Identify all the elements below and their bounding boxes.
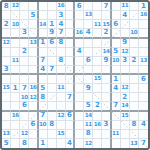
cell-r5c4[interactable]: 13 xyxy=(29,39,38,48)
given-digit: 7 xyxy=(104,3,109,10)
cell-r4c11[interactable] xyxy=(93,29,102,38)
given-digit: 6 xyxy=(22,102,27,109)
cell-r1c5[interactable] xyxy=(39,2,48,11)
cell-r16c5[interactable]: 1 xyxy=(39,139,48,148)
cell-r15c7[interactable]: 15 xyxy=(57,130,66,139)
cell-r10c2[interactable]: 1 xyxy=(11,84,20,93)
given-digit: 12 xyxy=(29,95,36,101)
cell-r4c12[interactable]: 2 xyxy=(102,29,111,38)
given-digit: 9 xyxy=(86,85,91,92)
given-digit: 11 xyxy=(121,3,128,9)
cell-r14c6[interactable]: 8 xyxy=(48,121,57,130)
given-digit: 11 xyxy=(12,58,19,64)
cell-r1c15[interactable] xyxy=(130,2,139,11)
cell-r14c7[interactable] xyxy=(57,121,66,130)
given-digit: 6 xyxy=(49,39,54,46)
given-digit: 12 xyxy=(21,131,28,137)
cell-r14c2[interactable] xyxy=(11,121,20,130)
cell-r12c14[interactable]: 14 xyxy=(121,102,130,111)
cell-r7c14[interactable]: 3 xyxy=(121,57,130,66)
cell-r16c10[interactable]: 12 xyxy=(84,139,93,148)
cell-r14c14[interactable] xyxy=(121,121,130,130)
cell-r16c15[interactable]: 13 xyxy=(130,139,139,148)
cell-r2c12[interactable] xyxy=(102,11,111,20)
cell-r13c8[interactable]: 6 xyxy=(66,112,75,121)
given-digit: 12 xyxy=(57,113,64,119)
given-digit: 6 xyxy=(113,21,118,28)
cell-r9c12[interactable] xyxy=(102,75,111,84)
cell-r13c5[interactable]: 7 xyxy=(39,112,48,121)
cell-r3c2[interactable]: 10 xyxy=(11,20,20,29)
given-digit: 16 xyxy=(12,113,19,119)
cell-r10c6[interactable] xyxy=(48,84,57,93)
cell-r8c11[interactable] xyxy=(93,66,102,75)
given-digit: 3 xyxy=(104,121,109,128)
cell-r15c16[interactable] xyxy=(139,130,148,139)
cell-r12c12[interactable] xyxy=(102,102,111,111)
cell-r11c2[interactable] xyxy=(11,93,20,102)
cell-r15c6[interactable] xyxy=(48,130,57,139)
cell-r7c16[interactable]: 13 xyxy=(139,57,148,66)
given-digit: 2 xyxy=(104,29,109,36)
cell-r7c4[interactable] xyxy=(29,57,38,66)
cell-r7c10[interactable]: 6 xyxy=(84,57,93,66)
cell-r11c8[interactable]: 7 xyxy=(66,93,75,102)
cell-r8c1[interactable]: 3 xyxy=(2,66,11,75)
cell-r16c7[interactable] xyxy=(57,139,66,148)
cell-r9c16[interactable]: 6 xyxy=(139,75,148,84)
cell-r12c13[interactable]: 7 xyxy=(112,102,121,111)
cell-r2c3[interactable] xyxy=(20,11,29,20)
given-digit: 15 xyxy=(102,22,109,28)
cell-r6c8[interactable] xyxy=(66,48,75,57)
cell-r7c12[interactable]: 9 xyxy=(102,57,111,66)
cell-r2c7[interactable]: 3 xyxy=(57,11,66,20)
given-digit: 7 xyxy=(58,29,63,36)
cell-r8c7[interactable] xyxy=(57,66,66,75)
cell-r14c9[interactable] xyxy=(75,121,84,130)
given-digit: 4 xyxy=(113,85,118,92)
cell-r14c8[interactable] xyxy=(66,121,75,130)
given-digit: 4 xyxy=(67,140,72,147)
cell-r9c10[interactable] xyxy=(84,75,93,84)
cell-r8c9[interactable] xyxy=(75,66,84,75)
given-digit: 16 xyxy=(140,12,147,18)
cell-r9c6[interactable] xyxy=(48,75,57,84)
cell-r12c1[interactable] xyxy=(2,102,11,111)
given-digit: 2 xyxy=(131,57,136,64)
cell-r12c3[interactable]: 6 xyxy=(20,102,29,111)
given-digit: 1 xyxy=(40,140,45,147)
cell-r16c12[interactable] xyxy=(102,139,111,148)
given-digit: 13 xyxy=(85,12,92,18)
cell-r1c16[interactable]: 1 xyxy=(139,2,148,11)
cell-r10c14[interactable]: 12 xyxy=(121,84,130,93)
cell-r11c6[interactable] xyxy=(48,93,57,102)
given-digit: 5 xyxy=(86,102,91,109)
given-digit: 16 xyxy=(57,3,64,9)
given-digit: 14 xyxy=(121,103,128,109)
cell-r12c7[interactable] xyxy=(57,102,66,111)
cell-r8c10[interactable] xyxy=(84,66,93,75)
given-digit: 9 xyxy=(104,57,109,64)
sudoku-board: 8121667111531341621014141115639716421012… xyxy=(0,0,150,150)
cell-r15c9[interactable] xyxy=(75,130,84,139)
cell-r5c7[interactable]: 8 xyxy=(57,39,66,48)
given-digit: 15 xyxy=(3,85,10,91)
cell-r3c11[interactable]: 11 xyxy=(93,20,102,29)
given-digit: 7 xyxy=(40,57,45,64)
given-digit: 6 xyxy=(86,57,91,64)
cell-r4c1[interactable] xyxy=(2,29,11,38)
given-digit: 3 xyxy=(4,66,9,73)
cell-r12c9[interactable] xyxy=(75,102,84,111)
cell-r5c6[interactable]: 6 xyxy=(48,39,57,48)
given-digit: 8 xyxy=(58,39,63,46)
given-digit: 14 xyxy=(39,22,46,28)
cell-r2c4[interactable]: 5 xyxy=(29,11,38,20)
cell-r15c1[interactable]: 13 xyxy=(2,130,11,139)
cell-r10c8[interactable] xyxy=(66,84,75,93)
cell-r8c15[interactable] xyxy=(130,66,139,75)
cell-r1c11[interactable] xyxy=(93,2,102,11)
given-digit: 15 xyxy=(57,131,64,137)
cell-r16c2[interactable] xyxy=(11,139,20,148)
cell-r15c11[interactable] xyxy=(93,130,102,139)
cell-r8c2[interactable] xyxy=(11,66,20,75)
cell-r9c2[interactable] xyxy=(11,75,20,84)
cell-r16c4[interactable] xyxy=(29,139,38,148)
given-digit: 1 xyxy=(13,85,18,92)
cell-r13c14[interactable]: 15 xyxy=(121,112,130,121)
cell-r6c11[interactable] xyxy=(93,48,102,57)
given-digit: 2 xyxy=(95,102,100,109)
cell-r14c13[interactable] xyxy=(112,121,121,130)
cell-r4c15[interactable]: 10 xyxy=(130,29,139,38)
cell-r9c5[interactable] xyxy=(39,75,48,84)
cell-r5c12[interactable] xyxy=(102,39,111,48)
cell-r11c14[interactable]: 2 xyxy=(121,93,130,102)
cell-r16c14[interactable] xyxy=(121,139,130,148)
cell-r2c10[interactable]: 13 xyxy=(84,11,93,20)
cell-r3c4[interactable] xyxy=(29,20,38,29)
cell-r15c14[interactable] xyxy=(121,130,130,139)
given-digit: 2 xyxy=(22,48,27,55)
cell-r3c1[interactable]: 2 xyxy=(2,20,11,29)
cell-r13c1[interactable] xyxy=(2,112,11,121)
cell-r1c8[interactable] xyxy=(66,2,75,11)
cell-r10c7[interactable]: 11 xyxy=(57,84,66,93)
cell-r12c16[interactable] xyxy=(139,102,148,111)
cell-r9c8[interactable] xyxy=(66,75,75,84)
cell-r9c3[interactable] xyxy=(20,75,29,84)
cell-r8c6[interactable]: 7 xyxy=(48,66,57,75)
cell-r14c3[interactable] xyxy=(20,121,29,130)
cell-r2c1[interactable] xyxy=(2,11,11,20)
given-digit: 8 xyxy=(131,121,136,128)
cell-r14c12[interactable]: 3 xyxy=(102,121,111,130)
cell-r16c8[interactable]: 4 xyxy=(66,139,75,148)
cell-r7c13[interactable]: 10 xyxy=(112,57,121,66)
cell-r15c10[interactable]: 8 xyxy=(84,130,93,139)
cell-r8c8[interactable] xyxy=(66,66,75,75)
cell-r6c4[interactable] xyxy=(29,48,38,57)
cell-r3c5[interactable]: 14 xyxy=(39,20,48,29)
cell-r12c4[interactable] xyxy=(29,102,38,111)
given-digit: 9 xyxy=(49,29,54,36)
given-digit: 8 xyxy=(49,121,54,128)
cell-r10c11[interactable] xyxy=(93,84,102,93)
cell-r3c9[interactable] xyxy=(75,20,84,29)
cell-r10c13[interactable]: 4 xyxy=(112,84,121,93)
cell-r1c4[interactable] xyxy=(29,2,38,11)
cell-r14c5[interactable]: 10 xyxy=(39,121,48,130)
given-digit: 4 xyxy=(77,48,82,55)
cell-r7c7[interactable]: 8 xyxy=(57,57,66,66)
cell-r7c3[interactable] xyxy=(20,57,29,66)
given-digit: 7 xyxy=(40,112,45,119)
cell-r15c12[interactable] xyxy=(102,130,111,139)
cell-r3c13[interactable]: 6 xyxy=(112,20,121,29)
cell-r1c1[interactable]: 8 xyxy=(2,2,11,11)
cell-r6c2[interactable] xyxy=(11,48,20,57)
cell-r2c5[interactable] xyxy=(39,11,48,20)
given-digit: 14 xyxy=(102,49,109,55)
cell-r15c2[interactable] xyxy=(11,130,20,139)
cell-r5c1[interactable]: 12 xyxy=(2,39,11,48)
given-digit: 6 xyxy=(67,112,72,119)
cell-r3c8[interactable] xyxy=(66,20,75,29)
given-digit: 4 xyxy=(86,29,91,36)
cell-r10c1[interactable]: 15 xyxy=(2,84,11,93)
cell-r9c15[interactable] xyxy=(130,75,139,84)
cell-r14c4[interactable]: 6 xyxy=(29,121,38,130)
cell-r1c12[interactable]: 7 xyxy=(102,2,111,11)
cell-r6c3[interactable]: 2 xyxy=(20,48,29,57)
cell-r16c3[interactable]: 8 xyxy=(20,139,29,148)
cell-r13c7[interactable]: 12 xyxy=(57,112,66,121)
given-digit: 7 xyxy=(22,85,27,92)
cell-r13c11[interactable] xyxy=(93,112,102,121)
cell-r13c2[interactable]: 16 xyxy=(11,112,20,121)
given-digit: 10 xyxy=(12,22,19,28)
cell-r5c10[interactable] xyxy=(84,39,93,48)
cell-r15c8[interactable] xyxy=(66,130,75,139)
cell-r10c15[interactable] xyxy=(130,84,139,93)
given-digit: 10 xyxy=(21,95,28,101)
cell-r9c7[interactable] xyxy=(57,75,66,84)
cell-r3c16[interactable] xyxy=(139,20,148,29)
cell-r2c8[interactable] xyxy=(66,11,75,20)
cell-r11c9[interactable] xyxy=(75,93,84,102)
cell-r10c12[interactable] xyxy=(102,84,111,93)
given-digit: 11 xyxy=(94,22,101,28)
cell-r8c5[interactable]: 4 xyxy=(39,66,48,75)
given-digit: 10 xyxy=(39,122,46,128)
cell-r1c10[interactable] xyxy=(84,2,93,11)
given-digit: 5 xyxy=(4,140,9,147)
cell-r2c16[interactable]: 16 xyxy=(139,11,148,20)
given-digit: 12 xyxy=(12,3,19,9)
cell-r16c11[interactable] xyxy=(93,139,102,148)
cell-r8c12[interactable] xyxy=(102,66,111,75)
cell-r2c11[interactable] xyxy=(93,11,102,20)
cell-r1c13[interactable] xyxy=(112,2,121,11)
given-digit: 7 xyxy=(67,94,72,101)
cell-r13c9[interactable] xyxy=(75,112,84,121)
cell-r16c13[interactable] xyxy=(112,139,121,148)
cell-r4c8[interactable] xyxy=(66,29,75,38)
cell-r8c16[interactable] xyxy=(139,66,148,75)
cell-r4c10[interactable]: 4 xyxy=(84,29,93,38)
given-digit: 16 xyxy=(29,85,36,91)
cell-r10c9[interactable] xyxy=(75,84,84,93)
cell-r9c11[interactable]: 15 xyxy=(93,75,102,84)
cell-r11c1[interactable] xyxy=(2,93,11,102)
cell-r15c13[interactable]: 11 xyxy=(112,130,121,139)
cell-r12c2[interactable] xyxy=(11,102,20,111)
cell-r11c5[interactable]: 8 xyxy=(39,93,48,102)
cell-r2c6[interactable] xyxy=(48,11,57,20)
given-digit: 14 xyxy=(85,113,92,119)
cell-r11c7[interactable] xyxy=(57,93,66,102)
cell-r2c2[interactable] xyxy=(11,11,20,20)
cell-r11c16[interactable] xyxy=(139,93,148,102)
cell-r15c3[interactable]: 12 xyxy=(20,130,29,139)
cell-r15c4[interactable] xyxy=(29,130,38,139)
cell-r16c6[interactable] xyxy=(48,139,57,148)
cell-r13c10[interactable]: 14 xyxy=(84,112,93,121)
cell-r1c9[interactable]: 6 xyxy=(75,2,84,11)
cell-r7c2[interactable]: 11 xyxy=(11,57,20,66)
cell-r2c15[interactable] xyxy=(130,11,139,20)
cell-r5c2[interactable] xyxy=(11,39,20,48)
cell-r1c6[interactable] xyxy=(48,2,57,11)
cell-r5c5[interactable]: 1 xyxy=(39,39,48,48)
cell-r4c3[interactable]: 3 xyxy=(20,29,29,38)
given-digit: 2 xyxy=(122,94,127,101)
cell-r6c1[interactable] xyxy=(2,48,11,57)
cell-r13c3[interactable] xyxy=(20,112,29,121)
cell-r4c13[interactable] xyxy=(112,29,121,38)
cell-r4c9[interactable]: 16 xyxy=(75,29,84,38)
cell-r1c2[interactable]: 12 xyxy=(11,2,20,11)
cell-r16c9[interactable] xyxy=(75,139,84,148)
given-digit: 4 xyxy=(141,121,146,128)
given-digit: 4 xyxy=(58,21,63,28)
cell-r6c9[interactable]: 4 xyxy=(75,48,84,57)
cell-r10c3[interactable]: 7 xyxy=(20,84,29,93)
cell-r14c1[interactable] xyxy=(2,121,11,130)
cell-r16c16[interactable]: 7 xyxy=(139,139,148,148)
given-digit: 10 xyxy=(130,30,137,36)
given-digit: 11 xyxy=(85,122,92,128)
cell-r12c11[interactable]: 2 xyxy=(93,102,102,111)
given-digit: 6 xyxy=(31,121,36,128)
cell-r3c15[interactable] xyxy=(130,20,139,29)
cell-r12c15[interactable] xyxy=(130,102,139,111)
cell-r7c15[interactable]: 2 xyxy=(130,57,139,66)
cell-r10c16[interactable] xyxy=(139,84,148,93)
cell-r16c1[interactable]: 5 xyxy=(2,139,11,148)
cell-r1c3[interactable] xyxy=(20,2,29,11)
cell-r5c14[interactable]: 9 xyxy=(121,39,130,48)
given-digit: 5 xyxy=(40,85,45,92)
cell-r11c12[interactable] xyxy=(102,93,111,102)
cell-r9c9[interactable] xyxy=(75,75,84,84)
cell-r5c8[interactable] xyxy=(66,39,75,48)
given-digit: 6 xyxy=(77,3,82,10)
cell-r11c15[interactable] xyxy=(130,93,139,102)
cell-r8c13[interactable] xyxy=(112,66,121,75)
cell-r5c11[interactable] xyxy=(93,39,102,48)
cell-r8c14[interactable] xyxy=(121,66,130,75)
cell-r13c13[interactable] xyxy=(112,112,121,121)
cell-r1c7[interactable]: 16 xyxy=(57,2,66,11)
given-digit: 7 xyxy=(49,66,54,73)
cell-r1c14[interactable]: 11 xyxy=(121,2,130,11)
given-digit: 7 xyxy=(113,102,118,109)
given-digit: 8 xyxy=(4,3,9,10)
cell-r6c16[interactable] xyxy=(139,48,148,57)
cell-r8c3[interactable] xyxy=(20,66,29,75)
given-digit: 7 xyxy=(141,140,146,147)
cell-r4c16[interactable] xyxy=(139,29,148,38)
cell-r5c15[interactable] xyxy=(130,39,139,48)
cell-r6c13[interactable]: 5 xyxy=(112,48,121,57)
cell-r4c2[interactable] xyxy=(11,29,20,38)
cell-r2c13[interactable] xyxy=(112,11,121,20)
cell-r14c15[interactable]: 8 xyxy=(130,121,139,130)
cell-r12c10[interactable]: 5 xyxy=(84,102,93,111)
cell-r15c15[interactable] xyxy=(130,130,139,139)
cell-r9c14[interactable] xyxy=(121,75,130,84)
given-digit: 4 xyxy=(122,12,127,19)
given-digit: 13 xyxy=(140,58,147,64)
cell-r2c9[interactable] xyxy=(75,11,84,20)
cell-r5c16[interactable] xyxy=(139,39,148,48)
cell-r10c5[interactable]: 5 xyxy=(39,84,48,93)
cell-r7c9[interactable] xyxy=(75,57,84,66)
cell-r6c6[interactable] xyxy=(48,48,57,57)
cell-r10c4[interactable]: 16 xyxy=(29,84,38,93)
given-digit: 8 xyxy=(86,130,91,137)
cell-r4c4[interactable] xyxy=(29,29,38,38)
given-digit: 12 xyxy=(85,141,92,147)
cell-r14c16[interactable]: 4 xyxy=(139,121,148,130)
cell-r9c4[interactable] xyxy=(29,75,38,84)
given-digit: 2 xyxy=(4,21,9,28)
cell-r3c14[interactable] xyxy=(121,20,130,29)
cell-r14c11[interactable]: 16 xyxy=(93,121,102,130)
cell-r9c1[interactable] xyxy=(2,75,11,84)
given-digit: 1 xyxy=(40,39,45,46)
cell-r10c10[interactable]: 9 xyxy=(84,84,93,93)
given-digit: 13 xyxy=(130,141,137,147)
cell-r9c13[interactable]: 1 xyxy=(112,75,121,84)
cell-r7c8[interactable] xyxy=(66,57,75,66)
given-digit: 16 xyxy=(94,122,101,128)
cell-r12c6[interactable] xyxy=(48,102,57,111)
cell-r11c4[interactable]: 12 xyxy=(29,93,38,102)
given-digit: 15 xyxy=(94,76,101,82)
cell-r7c11[interactable] xyxy=(93,57,102,66)
cell-r8c4[interactable] xyxy=(29,66,38,75)
given-digit: 11 xyxy=(57,85,64,91)
given-digit: 8 xyxy=(58,57,63,64)
cell-r15c5[interactable] xyxy=(39,130,48,139)
cell-r2c14[interactable]: 4 xyxy=(121,11,130,20)
